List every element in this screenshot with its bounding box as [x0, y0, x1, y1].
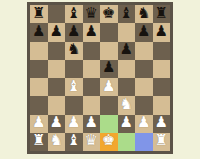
square-c6[interactable]: ♞	[65, 42, 83, 60]
square-a2[interactable]: ♟	[30, 115, 48, 133]
square-e2[interactable]	[100, 115, 118, 133]
white-pawn: ♟	[67, 115, 80, 130]
square-f4[interactable]	[118, 78, 136, 96]
black-pawn: ♟	[67, 24, 80, 39]
white-pawn: ♟	[155, 115, 168, 130]
square-b1[interactable]: ♞	[48, 133, 66, 151]
black-pawn: ♟	[120, 42, 133, 57]
square-g3[interactable]	[135, 96, 153, 114]
square-c7[interactable]: ♟	[65, 23, 83, 41]
chess-board-frame: ♜♝♛♚♝♞♜♟♟♟♟♟♟♞♟♟♝♟♞♟♟♟♟♟♟♟♜♞♝♛♚♜	[27, 2, 173, 154]
white-knight: ♞	[50, 133, 63, 148]
square-b6[interactable]	[48, 42, 66, 60]
white-king: ♚	[102, 133, 115, 148]
white-rook: ♜	[32, 133, 45, 148]
square-h8[interactable]: ♜	[153, 5, 171, 23]
square-b2[interactable]: ♟	[48, 115, 66, 133]
square-c1[interactable]: ♝	[65, 133, 83, 151]
black-pawn: ♟	[102, 60, 115, 75]
black-knight: ♞	[67, 42, 80, 57]
square-f5[interactable]	[118, 60, 136, 78]
square-e1[interactable]: ♚	[100, 133, 118, 151]
square-h3[interactable]	[153, 96, 171, 114]
square-g1[interactable]	[135, 133, 153, 151]
white-pawn: ♟	[102, 79, 115, 94]
square-e8[interactable]: ♚	[100, 5, 118, 23]
black-rook: ♜	[32, 6, 45, 21]
square-f1[interactable]	[118, 133, 136, 151]
square-e3[interactable]	[100, 96, 118, 114]
square-c5[interactable]	[65, 60, 83, 78]
white-pawn: ♟	[32, 115, 45, 130]
square-b8[interactable]	[48, 5, 66, 23]
square-h4[interactable]	[153, 78, 171, 96]
black-pawn: ♟	[32, 24, 45, 39]
square-g5[interactable]	[135, 60, 153, 78]
square-e7[interactable]	[100, 23, 118, 41]
white-pawn: ♟	[85, 115, 98, 130]
square-c2[interactable]: ♟	[65, 115, 83, 133]
square-a3[interactable]	[30, 96, 48, 114]
square-a8[interactable]: ♜	[30, 5, 48, 23]
square-b3[interactable]	[48, 96, 66, 114]
square-h5[interactable]	[153, 60, 171, 78]
square-a7[interactable]: ♟	[30, 23, 48, 41]
white-knight: ♞	[120, 97, 133, 112]
black-pawn: ♟	[137, 24, 150, 39]
square-c4[interactable]: ♝	[65, 78, 83, 96]
black-king: ♚	[102, 6, 115, 21]
square-a6[interactable]	[30, 42, 48, 60]
black-bishop: ♝	[67, 6, 80, 21]
square-d1[interactable]: ♛	[83, 133, 101, 151]
square-g8[interactable]: ♞	[135, 5, 153, 23]
black-bishop: ♝	[120, 6, 133, 21]
square-f7[interactable]	[118, 23, 136, 41]
square-a4[interactable]	[30, 78, 48, 96]
square-g4[interactable]	[135, 78, 153, 96]
black-knight: ♞	[137, 6, 150, 21]
square-e6[interactable]	[100, 42, 118, 60]
black-queen: ♛	[85, 6, 98, 21]
square-f6[interactable]: ♟	[118, 42, 136, 60]
square-d5[interactable]	[83, 60, 101, 78]
square-e5[interactable]: ♟	[100, 60, 118, 78]
square-g2[interactable]: ♟	[135, 115, 153, 133]
white-rook: ♜	[155, 133, 168, 148]
black-pawn: ♟	[50, 24, 63, 39]
square-b5[interactable]	[48, 60, 66, 78]
white-pawn: ♟	[137, 115, 150, 130]
black-rook: ♜	[155, 6, 168, 21]
square-g6[interactable]	[135, 42, 153, 60]
square-f2[interactable]: ♟	[118, 115, 136, 133]
black-pawn: ♟	[155, 24, 168, 39]
square-f8[interactable]: ♝	[118, 5, 136, 23]
square-h2[interactable]: ♟	[153, 115, 171, 133]
square-d4[interactable]	[83, 78, 101, 96]
square-c8[interactable]: ♝	[65, 5, 83, 23]
square-h6[interactable]	[153, 42, 171, 60]
square-h7[interactable]: ♟	[153, 23, 171, 41]
square-a1[interactable]: ♜	[30, 133, 48, 151]
square-d8[interactable]: ♛	[83, 5, 101, 23]
white-pawn: ♟	[120, 115, 133, 130]
square-g7[interactable]: ♟	[135, 23, 153, 41]
square-d7[interactable]: ♟	[83, 23, 101, 41]
square-e4[interactable]: ♟	[100, 78, 118, 96]
square-d2[interactable]: ♟	[83, 115, 101, 133]
square-f3[interactable]: ♞	[118, 96, 136, 114]
white-bishop: ♝	[67, 79, 80, 94]
square-b7[interactable]: ♟	[48, 23, 66, 41]
white-queen: ♛	[85, 133, 98, 148]
square-d6[interactable]	[83, 42, 101, 60]
chess-board: ♜♝♛♚♝♞♜♟♟♟♟♟♟♞♟♟♝♟♞♟♟♟♟♟♟♟♜♞♝♛♚♜	[30, 5, 170, 151]
white-bishop: ♝	[67, 133, 80, 148]
square-d3[interactable]	[83, 96, 101, 114]
white-pawn: ♟	[50, 115, 63, 130]
square-h1[interactable]: ♜	[153, 133, 171, 151]
square-a5[interactable]	[30, 60, 48, 78]
square-c3[interactable]	[65, 96, 83, 114]
square-b4[interactable]	[48, 78, 66, 96]
black-pawn: ♟	[85, 24, 98, 39]
